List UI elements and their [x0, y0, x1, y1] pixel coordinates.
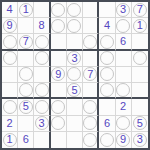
cell-r8c8[interactable]	[116, 116, 132, 132]
odd-circle	[19, 83, 33, 97]
given-digit: 3	[120, 4, 126, 15]
odd-circle	[83, 35, 97, 49]
given-digit: 9	[7, 20, 13, 31]
cell-r8c9[interactable]: 5	[132, 116, 148, 132]
cell-r1c6[interactable]	[83, 2, 99, 18]
odd-circle	[100, 67, 114, 81]
cell-r4c2[interactable]	[18, 51, 34, 67]
given-digit: 8	[38, 20, 44, 31]
cell-r7c1[interactable]	[2, 99, 18, 115]
cell-r4c3[interactable]	[34, 51, 50, 67]
given-digit: 3	[137, 134, 143, 145]
odd-circle	[133, 51, 147, 65]
cell-r2c6[interactable]	[83, 18, 99, 34]
cell-r1c8[interactable]: 3	[116, 2, 132, 18]
cell-r3c5[interactable]	[67, 34, 83, 50]
given-digit: 1	[7, 134, 13, 145]
odd-circle	[116, 19, 130, 33]
cell-r9c4[interactable]	[51, 132, 67, 148]
cell-r1c5[interactable]	[67, 2, 83, 18]
cell-r2c2[interactable]	[18, 18, 34, 34]
cell-r2c7[interactable]: 4	[99, 18, 115, 34]
cell-r2c3[interactable]: 8	[34, 18, 50, 34]
cell-r3c4[interactable]	[51, 34, 67, 50]
odd-circle	[3, 51, 17, 65]
given-digit: 6	[104, 118, 110, 129]
cell-r2c5[interactable]	[67, 18, 83, 34]
cell-r6c6[interactable]	[83, 83, 99, 99]
odd-circle	[19, 67, 33, 81]
given-digit: 5	[23, 101, 29, 112]
odd-circle	[3, 35, 17, 49]
cell-r4c4[interactable]	[51, 51, 67, 67]
cell-r4c5[interactable]: 3	[67, 51, 83, 67]
odd-circle	[83, 100, 97, 114]
odd-circle	[67, 67, 81, 81]
cell-r6c8[interactable]	[116, 83, 132, 99]
cell-r9c9[interactable]: 3	[132, 132, 148, 148]
cell-r9c3[interactable]	[34, 132, 50, 148]
cell-r6c1[interactable]	[2, 83, 18, 99]
cell-r3c6[interactable]	[83, 34, 99, 50]
cell-r4c6[interactable]	[83, 51, 99, 67]
cell-r5c5[interactable]	[67, 67, 83, 83]
given-digit: 3	[71, 53, 77, 64]
odd-circle	[83, 133, 97, 147]
odd-circle	[35, 51, 49, 65]
cell-r8c5[interactable]	[67, 116, 83, 132]
cell-r2c9[interactable]: 1	[132, 18, 148, 34]
cell-r9c8[interactable]: 9	[116, 132, 132, 148]
cell-r9c6[interactable]	[83, 132, 99, 148]
cell-r6c2[interactable]	[18, 83, 34, 99]
cell-r8c4[interactable]	[51, 116, 67, 132]
given-digit: 4	[7, 4, 13, 15]
cell-r2c1[interactable]: 9	[2, 18, 18, 34]
cell-r7c6[interactable]	[83, 99, 99, 115]
cell-r3c2[interactable]: 7	[18, 34, 34, 50]
given-digit: 4	[104, 20, 110, 31]
odd-circle	[83, 116, 97, 130]
cell-r7c5[interactable]	[67, 99, 83, 115]
cell-r8c2[interactable]	[18, 116, 34, 132]
cell-r6c9[interactable]	[132, 83, 148, 99]
given-digit: 3	[38, 118, 44, 129]
cell-r4c9[interactable]	[132, 51, 148, 67]
cell-r1c9[interactable]: 7	[132, 2, 148, 18]
cell-r9c2[interactable]: 6	[18, 132, 34, 148]
odd-circle	[35, 100, 49, 114]
odd-circle	[51, 3, 65, 17]
cell-r6c4[interactable]	[51, 83, 67, 99]
cell-r2c4[interactable]	[51, 18, 67, 34]
cell-r5c8[interactable]	[116, 67, 132, 83]
cell-r7c7[interactable]	[99, 99, 115, 115]
cell-r3c1[interactable]	[2, 34, 18, 50]
cell-r5c1[interactable]	[2, 67, 18, 83]
cell-r4c1[interactable]	[2, 51, 18, 67]
odd-circle	[51, 19, 65, 33]
cell-r3c9[interactable]	[132, 34, 148, 50]
given-digit: 5	[137, 118, 143, 129]
odd-circle	[100, 83, 114, 97]
cell-r5c2[interactable]	[18, 67, 34, 83]
given-digit: 9	[55, 69, 61, 80]
cell-r2c8[interactable]	[116, 18, 132, 34]
cell-r7c8[interactable]: 2	[116, 99, 132, 115]
cell-r6c3[interactable]	[34, 83, 50, 99]
given-digit: 7	[137, 4, 143, 15]
cell-r4c8[interactable]	[116, 51, 132, 67]
given-digit: 6	[23, 134, 29, 145]
cell-r8c1[interactable]: 2	[2, 116, 18, 132]
odd-circle	[67, 3, 81, 17]
cell-r8c3[interactable]: 3	[34, 116, 50, 132]
cell-r1c1[interactable]: 4	[2, 2, 18, 18]
cell-r8c7[interactable]: 6	[99, 116, 115, 132]
odd-circle	[35, 35, 49, 49]
odd-circle	[100, 51, 114, 65]
cell-r1c4[interactable]	[51, 2, 67, 18]
cell-r7c2[interactable]: 5	[18, 99, 34, 115]
given-digit: 5	[71, 85, 77, 96]
cell-r6c5[interactable]: 5	[67, 83, 83, 99]
odd-circle	[3, 100, 17, 114]
cell-r7c3[interactable]	[34, 99, 50, 115]
cell-r4c7[interactable]	[99, 51, 115, 67]
given-digit: 7	[87, 69, 93, 80]
odd-circle	[100, 35, 114, 49]
cell-r7c4[interactable]	[51, 99, 67, 115]
cell-r1c7[interactable]	[99, 2, 115, 18]
cell-r9c5[interactable]	[67, 132, 83, 148]
given-digit: 9	[120, 134, 126, 145]
cell-r1c2[interactable]: 1	[18, 2, 34, 18]
odd-circle	[51, 100, 65, 114]
cell-r5c9[interactable]	[132, 67, 148, 83]
cell-r7c9[interactable]	[132, 99, 148, 115]
given-digit: 1	[137, 20, 143, 31]
odd-circle	[51, 116, 65, 130]
cell-r1c3[interactable]	[34, 2, 50, 18]
cell-r5c7[interactable]	[99, 67, 115, 83]
given-digit: 2	[7, 118, 13, 129]
cell-r3c8[interactable]: 6	[116, 34, 132, 50]
cell-r3c7[interactable]	[99, 34, 115, 50]
given-digit: 6	[120, 36, 126, 47]
odd-circle	[116, 83, 130, 97]
sudoku-board: 413798417639755223651693	[0, 0, 150, 150]
odd-circle	[67, 19, 81, 33]
cell-r6c7[interactable]	[99, 83, 115, 99]
cell-r5c3[interactable]	[34, 67, 50, 83]
cell-r5c4[interactable]: 9	[51, 67, 67, 83]
odd-circle	[100, 133, 114, 147]
given-digit: 1	[23, 4, 29, 15]
given-digit: 7	[23, 36, 29, 47]
cell-r9c1[interactable]: 1	[2, 132, 18, 148]
odd-circle	[35, 83, 49, 97]
cell-r9c7[interactable]	[99, 132, 115, 148]
given-digit: 2	[120, 101, 126, 112]
cell-r8c6[interactable]	[83, 116, 99, 132]
cell-r5c6[interactable]: 7	[83, 67, 99, 83]
cell-r3c3[interactable]	[34, 34, 50, 50]
odd-circle	[116, 116, 130, 130]
